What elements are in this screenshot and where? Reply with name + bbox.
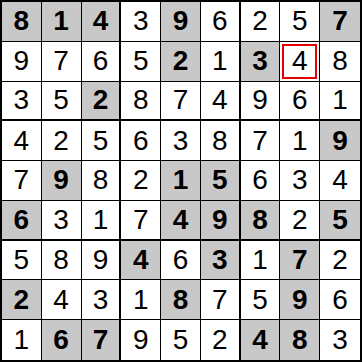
cell-r9c7[interactable]: 4 bbox=[241, 320, 281, 360]
cell-r1c8[interactable]: 5 bbox=[280, 2, 320, 42]
cell-r1c1[interactable]: 8 bbox=[2, 2, 42, 42]
cell-r5c9[interactable]: 4 bbox=[320, 161, 360, 201]
cell-r6c8[interactable]: 2 bbox=[280, 201, 320, 241]
cell-r5c6[interactable]: 5 bbox=[201, 161, 241, 201]
cell-r2c2[interactable]: 7 bbox=[42, 42, 82, 82]
cell-r2c1[interactable]: 9 bbox=[2, 42, 42, 82]
cell-r3c1[interactable]: 3 bbox=[2, 82, 42, 122]
cell-r6c2[interactable]: 3 bbox=[42, 201, 82, 241]
cell-r9c5[interactable]: 5 bbox=[161, 320, 201, 360]
cell-r9c3[interactable]: 7 bbox=[82, 320, 122, 360]
cell-r2c9[interactable]: 8 bbox=[320, 42, 360, 82]
cell-r7c7[interactable]: 1 bbox=[241, 241, 281, 281]
cell-r4c2[interactable]: 2 bbox=[42, 121, 82, 161]
cell-r1c9[interactable]: 7 bbox=[320, 2, 360, 42]
cell-r3c8[interactable]: 6 bbox=[280, 82, 320, 122]
cell-r4c6[interactable]: 8 bbox=[201, 121, 241, 161]
cell-r7c3[interactable]: 9 bbox=[82, 241, 122, 281]
cell-r7c9[interactable]: 2 bbox=[320, 241, 360, 281]
cell-r4c5[interactable]: 3 bbox=[161, 121, 201, 161]
cell-r6c9[interactable]: 5 bbox=[320, 201, 360, 241]
cell-r2c3[interactable]: 6 bbox=[82, 42, 122, 82]
cell-r5c1[interactable]: 7 bbox=[2, 161, 42, 201]
cell-r2c5[interactable]: 2 bbox=[161, 42, 201, 82]
cell-r1c5[interactable]: 9 bbox=[161, 2, 201, 42]
cell-r3c5[interactable]: 7 bbox=[161, 82, 201, 122]
cell-r9c8[interactable]: 8 bbox=[280, 320, 320, 360]
cell-r1c6[interactable]: 6 bbox=[201, 2, 241, 42]
cell-r4c8[interactable]: 1 bbox=[280, 121, 320, 161]
cell-r9c2[interactable]: 6 bbox=[42, 320, 82, 360]
cell-r6c4[interactable]: 7 bbox=[121, 201, 161, 241]
cell-r8c1[interactable]: 2 bbox=[2, 280, 42, 320]
cell-r1c2[interactable]: 1 bbox=[42, 2, 82, 42]
cell-r6c5[interactable]: 4 bbox=[161, 201, 201, 241]
cell-r5c8[interactable]: 3 bbox=[280, 161, 320, 201]
cell-r4c9[interactable]: 9 bbox=[320, 121, 360, 161]
cell-r6c1[interactable]: 6 bbox=[2, 201, 42, 241]
cell-r7c5[interactable]: 6 bbox=[161, 241, 201, 281]
cell-r9c9[interactable]: 3 bbox=[320, 320, 360, 360]
cell-r9c6[interactable]: 2 bbox=[201, 320, 241, 360]
cell-r8c3[interactable]: 3 bbox=[82, 280, 122, 320]
cell-r7c4[interactable]: 4 bbox=[121, 241, 161, 281]
cell-r5c3[interactable]: 8 bbox=[82, 161, 122, 201]
cell-r4c7[interactable]: 7 bbox=[241, 121, 281, 161]
cell-r8c4[interactable]: 1 bbox=[121, 280, 161, 320]
cell-r7c8[interactable]: 7 bbox=[280, 241, 320, 281]
cell-r4c3[interactable]: 5 bbox=[82, 121, 122, 161]
cell-r1c7[interactable]: 2 bbox=[241, 2, 281, 42]
cell-r8c9[interactable]: 6 bbox=[320, 280, 360, 320]
cell-r7c2[interactable]: 8 bbox=[42, 241, 82, 281]
cell-r8c2[interactable]: 4 bbox=[42, 280, 82, 320]
cell-r2c7[interactable]: 3 bbox=[241, 42, 281, 82]
cell-r5c4[interactable]: 2 bbox=[121, 161, 161, 201]
cell-r7c1[interactable]: 5 bbox=[2, 241, 42, 281]
cell-r2c8[interactable]: 4 bbox=[280, 42, 320, 82]
cell-r3c6[interactable]: 4 bbox=[201, 82, 241, 122]
cell-r6c7[interactable]: 8 bbox=[241, 201, 281, 241]
cell-r5c5[interactable]: 1 bbox=[161, 161, 201, 201]
cell-r6c6[interactable]: 9 bbox=[201, 201, 241, 241]
cell-r3c3[interactable]: 2 bbox=[82, 82, 122, 122]
cell-r2c4[interactable]: 5 bbox=[121, 42, 161, 82]
cell-r8c8[interactable]: 9 bbox=[280, 280, 320, 320]
cell-r8c6[interactable]: 7 bbox=[201, 280, 241, 320]
cell-r6c3[interactable]: 1 bbox=[82, 201, 122, 241]
cell-r5c7[interactable]: 6 bbox=[241, 161, 281, 201]
cell-r9c1[interactable]: 1 bbox=[2, 320, 42, 360]
cell-r5c2[interactable]: 9 bbox=[42, 161, 82, 201]
cell-r7c6[interactable]: 3 bbox=[201, 241, 241, 281]
cell-r4c1[interactable]: 4 bbox=[2, 121, 42, 161]
cell-r3c7[interactable]: 9 bbox=[241, 82, 281, 122]
cell-r9c4[interactable]: 9 bbox=[121, 320, 161, 360]
cell-r3c2[interactable]: 5 bbox=[42, 82, 82, 122]
cell-r1c3[interactable]: 4 bbox=[82, 2, 122, 42]
cell-r8c5[interactable]: 8 bbox=[161, 280, 201, 320]
cell-r2c6[interactable]: 1 bbox=[201, 42, 241, 82]
cell-r3c4[interactable]: 8 bbox=[121, 82, 161, 122]
sudoku-board: 8143962579765213483528749614256387197982… bbox=[0, 0, 362, 362]
cell-r4c4[interactable]: 6 bbox=[121, 121, 161, 161]
cell-r1c4[interactable]: 3 bbox=[121, 2, 161, 42]
cell-r8c7[interactable]: 5 bbox=[241, 280, 281, 320]
cell-r3c9[interactable]: 1 bbox=[320, 82, 360, 122]
